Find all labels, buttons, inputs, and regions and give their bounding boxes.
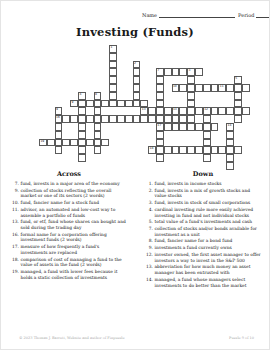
- crossword-cell[interactable]: [133, 84, 141, 92]
- crossword-cell[interactable]: [156, 115, 164, 123]
- clue-item: 17.measure of how frequently a fund's in…: [11, 244, 127, 255]
- cell-number: 13: [173, 108, 177, 111]
- crossword-cell[interactable]: [203, 131, 211, 139]
- crossword-cell[interactable]: [187, 100, 195, 108]
- crossword-cell[interactable]: [55, 146, 63, 154]
- crossword-cell[interactable]: [187, 76, 195, 84]
- crossword-cell[interactable]: [242, 107, 250, 115]
- clue-text: fund, invests in stock of small corporat…: [155, 200, 262, 206]
- clue-text: total value of a fund's investments and …: [155, 219, 262, 225]
- crossword-cell[interactable]: [94, 146, 102, 154]
- crossword-cell[interactable]: 8: [94, 92, 102, 100]
- crossword-cell[interactable]: [78, 154, 86, 162]
- crossword-cell[interactable]: [226, 162, 234, 170]
- cell-number: 16: [56, 116, 60, 119]
- crossword-cell[interactable]: [218, 107, 226, 115]
- crossword-cell[interactable]: 2: [133, 61, 141, 69]
- clues-down: 1.fund, invests in income stocks2.fund, …: [145, 181, 261, 288]
- crossword-cell[interactable]: [133, 92, 141, 100]
- crossword-cell[interactable]: [109, 100, 117, 108]
- crossword-cell[interactable]: [156, 100, 164, 108]
- crossword-cell[interactable]: [55, 131, 63, 139]
- crossword-cell[interactable]: [211, 84, 219, 92]
- crossword-cell[interactable]: [125, 100, 133, 108]
- crossword-cell[interactable]: 1: [109, 45, 117, 53]
- crossword-cell[interactable]: [179, 84, 187, 92]
- cell-number: 4: [79, 93, 81, 96]
- clue-number: 9.: [11, 188, 19, 199]
- clue-number: 7.: [145, 226, 153, 237]
- clue-item: 9.investments a fund currently owns: [145, 245, 261, 251]
- crossword-cell[interactable]: [156, 131, 164, 139]
- crossword-cell[interactable]: [55, 123, 63, 131]
- clue-item: 7.collection of stocks and/or bonds avai…: [145, 226, 261, 237]
- clue-text: investments a fund currently owns: [155, 245, 262, 251]
- crossword-cell[interactable]: [125, 115, 133, 123]
- crossword-cell[interactable]: [70, 139, 78, 147]
- clue-text: formal name for a corporation offering i…: [21, 232, 128, 243]
- crossword-cell[interactable]: [195, 107, 203, 115]
- clue-number: 19.: [11, 269, 19, 280]
- crossword-cell[interactable]: [203, 123, 211, 131]
- cell-number: 5: [235, 77, 237, 80]
- cell-number: 11: [220, 85, 224, 88]
- clue-item: 19.managed, a fund with lower fees becau…: [11, 269, 127, 280]
- clue-item: 13.abbreviation for how much money an as…: [145, 264, 261, 275]
- down-heading: Down: [145, 170, 261, 178]
- clue-text: fund, fancier name for a stock fund: [21, 200, 128, 206]
- crossword-cell[interactable]: [156, 84, 164, 92]
- crossword-cell[interactable]: [78, 115, 86, 123]
- cell-number: 9: [72, 101, 74, 104]
- cell-number: 13: [142, 108, 146, 111]
- clue-number: 5.: [145, 219, 153, 225]
- clue-text: investor owned, the first asset manager …: [155, 252, 262, 263]
- crossword-cell[interactable]: [109, 92, 117, 100]
- crossword-cell[interactable]: [187, 115, 195, 123]
- crossword-cell[interactable]: [62, 115, 70, 123]
- crossword-cell[interactable]: [94, 100, 102, 108]
- clue-text: fund, invests in income stocks: [155, 181, 262, 187]
- cell-number: 8: [95, 93, 97, 96]
- crossword-cell[interactable]: [187, 84, 195, 92]
- cell-number: 2: [134, 62, 136, 65]
- crossword-cell[interactable]: [195, 123, 203, 131]
- crossword-cell[interactable]: [234, 84, 242, 92]
- crossword-cell[interactable]: [94, 115, 102, 123]
- clue-item: 10.fund, fancier name for a stock fund: [11, 200, 127, 206]
- crossword-cell[interactable]: 17: [156, 123, 164, 131]
- crossword-cell[interactable]: [187, 107, 195, 115]
- clue-text: managed, a fund whose managers select in…: [155, 277, 262, 288]
- clue-lists: Across 7.fund, invests in a major area o…: [1, 170, 269, 289]
- crossword-cell[interactable]: [156, 139, 164, 147]
- cell-number: 14: [228, 124, 232, 127]
- crossword-cell[interactable]: [179, 123, 187, 131]
- crossword-cell[interactable]: [156, 92, 164, 100]
- cell-number: 7: [157, 69, 159, 72]
- clue-text: fund, invests in a major area of the eco…: [21, 181, 128, 187]
- crossword-grid: 73910111313121617181912458914: [39, 45, 250, 170]
- crossword-cell[interactable]: [78, 131, 86, 139]
- crossword-cell[interactable]: [218, 146, 226, 154]
- clue-number: 10.: [11, 200, 19, 206]
- crossword-cell[interactable]: 4: [78, 92, 86, 100]
- crossword-cell[interactable]: [78, 146, 86, 154]
- crossword-cell[interactable]: [109, 61, 117, 69]
- crossword-cell[interactable]: [156, 146, 164, 154]
- crossword-cell[interactable]: [234, 92, 242, 100]
- clue-number: 4.: [145, 207, 153, 218]
- clue-text: collection of stocks reflecting the over…: [21, 188, 128, 199]
- crossword-cell[interactable]: [234, 146, 242, 154]
- crossword-cell[interactable]: [226, 154, 234, 162]
- crossword-cell[interactable]: 18: [148, 146, 156, 154]
- clue-item: 2.fund, invests in a mix of growth stock…: [145, 188, 261, 199]
- worksheet-page: NamePeriod Investing (Funds) 73910111313…: [0, 0, 270, 350]
- crossword-cell[interactable]: [156, 154, 164, 162]
- crossword-cell[interactable]: 5: [234, 76, 242, 84]
- crossword-cell[interactable]: [94, 107, 102, 115]
- crossword-cell[interactable]: [94, 139, 102, 147]
- crossword-cell[interactable]: [226, 107, 234, 115]
- crossword-cell[interactable]: 19: [39, 139, 47, 147]
- crossword-cell[interactable]: [101, 139, 109, 147]
- clue-item: 3.fund, invests in stock of small corpor…: [145, 200, 261, 206]
- crossword-cell[interactable]: 14: [226, 123, 234, 131]
- cell-number: 1: [111, 46, 113, 49]
- clue-text: fund, invests in a mix of growth stocks …: [155, 188, 262, 199]
- crossword-cell[interactable]: 16: [55, 115, 63, 123]
- crossword-cell[interactable]: [156, 107, 164, 115]
- crossword-cell[interactable]: [234, 107, 242, 115]
- clue-item: 8.fund, fancier name for a bond fund: [145, 238, 261, 244]
- clue-text: fund, or etf, fund whose shares can boug…: [21, 219, 128, 230]
- crossword-cell[interactable]: [164, 146, 172, 154]
- crossword-cell[interactable]: [101, 100, 109, 108]
- clue-item: 18.comparison of cost of managing a fund…: [11, 257, 127, 268]
- clue-item: 9.collection of stocks reflecting the ov…: [11, 188, 127, 199]
- crossword-cell[interactable]: [148, 115, 156, 123]
- crossword-cell[interactable]: [78, 139, 86, 147]
- crossword-cell[interactable]: [117, 100, 125, 108]
- page-title: Investing (Funds): [1, 25, 269, 39]
- crossword-cell[interactable]: [242, 84, 250, 92]
- crossword-cell[interactable]: [187, 92, 195, 100]
- crossword-cell[interactable]: [62, 139, 70, 147]
- crossword-cell[interactable]: [94, 123, 102, 131]
- clue-item: 16.formal name for a corporation offerin…: [11, 232, 127, 243]
- crossword-cell[interactable]: [226, 146, 234, 154]
- cell-number: 17: [157, 124, 161, 127]
- crossword-cell[interactable]: [78, 123, 86, 131]
- clue-item: 7.fund, invests in a major area of the e…: [11, 181, 127, 187]
- clue-number: 11.: [11, 207, 19, 218]
- clue-text: collection of stocks and/or bonds availa…: [155, 226, 262, 237]
- crossword-cell[interactable]: 11: [218, 84, 226, 92]
- crossword-cell[interactable]: [234, 100, 242, 108]
- crossword-cell[interactable]: [203, 154, 211, 162]
- crossword-cell[interactable]: [164, 107, 172, 115]
- crossword-cell[interactable]: [179, 107, 187, 115]
- period-blank-line[interactable]: [256, 13, 270, 18]
- crossword-cell[interactable]: [140, 100, 148, 108]
- crossword-cell[interactable]: [94, 131, 102, 139]
- crossword-cell[interactable]: [211, 146, 219, 154]
- crossword-cell[interactable]: [101, 115, 109, 123]
- crossword-cell[interactable]: [109, 53, 117, 61]
- crossword-cell[interactable]: [203, 84, 211, 92]
- crossword-cell[interactable]: [195, 68, 203, 76]
- crossword-cell[interactable]: [234, 115, 242, 123]
- crossword-cell[interactable]: [109, 76, 117, 84]
- clue-number: 8.: [145, 238, 153, 244]
- clue-text: cardinal investing rule more easily achi…: [155, 207, 262, 218]
- crossword-cell[interactable]: [109, 68, 117, 76]
- crossword-cell[interactable]: [211, 107, 219, 115]
- crossword-cell[interactable]: [226, 131, 234, 139]
- crossword-cell[interactable]: [140, 115, 148, 123]
- crossword-cell[interactable]: 12: [203, 107, 211, 115]
- cell-number: 9: [56, 108, 58, 111]
- crossword-cell[interactable]: [203, 146, 211, 154]
- name-period-header: NamePeriod: [142, 12, 270, 18]
- cell-number: 19: [40, 140, 44, 143]
- crossword-cell[interactable]: [179, 146, 187, 154]
- crossword-cell[interactable]: [172, 68, 180, 76]
- crossword-cell[interactable]: [78, 107, 86, 115]
- crossword-cell[interactable]: 10: [172, 84, 180, 92]
- clue-text: advisor, an automated and low-cost way t…: [21, 207, 128, 218]
- across-clues-column: Across 7.fund, invests in a major area o…: [1, 170, 135, 289]
- down-clues-column: Down 1.fund, invests in income stocks2.f…: [135, 170, 269, 289]
- crossword-cell[interactable]: 7: [156, 68, 164, 76]
- clue-number: 3.: [145, 200, 153, 206]
- clue-item: 12.investor owned, the first asset manag…: [145, 252, 261, 263]
- crossword-cell[interactable]: [211, 123, 219, 131]
- crossword-cell[interactable]: [172, 123, 180, 131]
- crossword-cell[interactable]: [133, 100, 141, 108]
- crossword-cell[interactable]: [86, 100, 94, 108]
- clue-item: 5.total value of a fund's investments an…: [145, 219, 261, 225]
- clue-item: 13.fund, or etf, fund whose shares can b…: [11, 219, 127, 230]
- crossword-cell[interactable]: [164, 68, 172, 76]
- clue-text: fund, fancier name for a bond fund: [155, 238, 262, 244]
- crossword-cell[interactable]: [148, 107, 156, 115]
- cell-number: 10: [173, 85, 177, 88]
- period-label: Period: [238, 12, 254, 18]
- clue-number: 9.: [145, 245, 153, 251]
- crossword-cell[interactable]: [156, 76, 164, 84]
- across-heading: Across: [11, 170, 127, 178]
- clue-number: 7.: [11, 181, 19, 187]
- crossword-cell[interactable]: [226, 139, 234, 147]
- crossword-cell[interactable]: 13: [140, 107, 148, 115]
- crossword-cell[interactable]: [78, 100, 86, 108]
- crossword-cell[interactable]: [179, 68, 187, 76]
- clue-item: 1.fund, invests in income stocks: [145, 181, 261, 187]
- crossword-cell[interactable]: 13: [172, 107, 180, 115]
- cell-number: 18: [150, 147, 154, 150]
- crossword-cell[interactable]: [172, 146, 180, 154]
- clue-number: 13.: [11, 219, 19, 230]
- crossword-cell[interactable]: [133, 115, 141, 123]
- crossword-cell[interactable]: [109, 84, 117, 92]
- clue-item: 4.cardinal investing rule more easily ac…: [145, 207, 261, 218]
- crossword-cell[interactable]: [226, 84, 234, 92]
- cell-number: 12: [204, 108, 208, 111]
- copyright-text: © 2023 Thomas J. Barrett, Website and au…: [19, 336, 125, 340]
- crossword-cell[interactable]: [133, 68, 141, 76]
- crossword-cell[interactable]: 3: [187, 68, 195, 76]
- clue-number: 13.: [145, 264, 153, 275]
- clue-text: comparison of cost of managing a fund to…: [21, 257, 128, 268]
- crossword-cell[interactable]: 9: [70, 100, 78, 108]
- page-number-text: Puzzle 9 of 10: [229, 336, 254, 340]
- crossword-cell[interactable]: [47, 139, 55, 147]
- clue-number: 1.: [145, 181, 153, 187]
- clue-number: 14.: [145, 277, 153, 288]
- clue-text: abbreviation for how much money an asset…: [155, 264, 262, 275]
- name-blank-line[interactable]: [159, 13, 235, 18]
- clue-number: 17.: [11, 244, 19, 255]
- crossword-cell[interactable]: [117, 115, 125, 123]
- crossword-cell[interactable]: [164, 115, 172, 123]
- clues-across: 7.fund, invests in a major area of the e…: [11, 181, 127, 281]
- clue-number: 12.: [145, 252, 153, 263]
- crossword-cell[interactable]: [133, 76, 141, 84]
- crossword-cell[interactable]: [55, 139, 63, 147]
- cell-number: 3: [189, 69, 191, 72]
- clue-text: measure of how frequently a fund's inves…: [21, 244, 128, 255]
- clue-number: 2.: [145, 188, 153, 199]
- crossword-cell[interactable]: [195, 84, 203, 92]
- crossword-cell[interactable]: [203, 139, 211, 147]
- crossword-cell[interactable]: [86, 115, 94, 123]
- clue-number: 18.: [11, 257, 19, 268]
- crossword-cell[interactable]: 9: [55, 107, 63, 115]
- clue-item: 11.advisor, an automated and low-cost wa…: [11, 207, 127, 218]
- crossword-cell[interactable]: [70, 115, 78, 123]
- crossword-cell[interactable]: [164, 123, 172, 131]
- name-label: Name: [142, 12, 157, 18]
- clue-item: 14.managed, a fund whose managers select…: [145, 277, 261, 288]
- crossword-cell[interactable]: [187, 146, 195, 154]
- crossword-cell[interactable]: [172, 115, 180, 123]
- clue-text: managed, a fund with lower fees because …: [21, 269, 128, 280]
- crossword-cell[interactable]: [187, 123, 195, 131]
- crossword-cell[interactable]: [86, 139, 94, 147]
- clue-number: 16.: [11, 232, 19, 243]
- crossword-cell[interactable]: [203, 115, 211, 123]
- crossword-cell[interactable]: [109, 115, 117, 123]
- crossword-cell[interactable]: [179, 115, 187, 123]
- crossword-cell[interactable]: [195, 146, 203, 154]
